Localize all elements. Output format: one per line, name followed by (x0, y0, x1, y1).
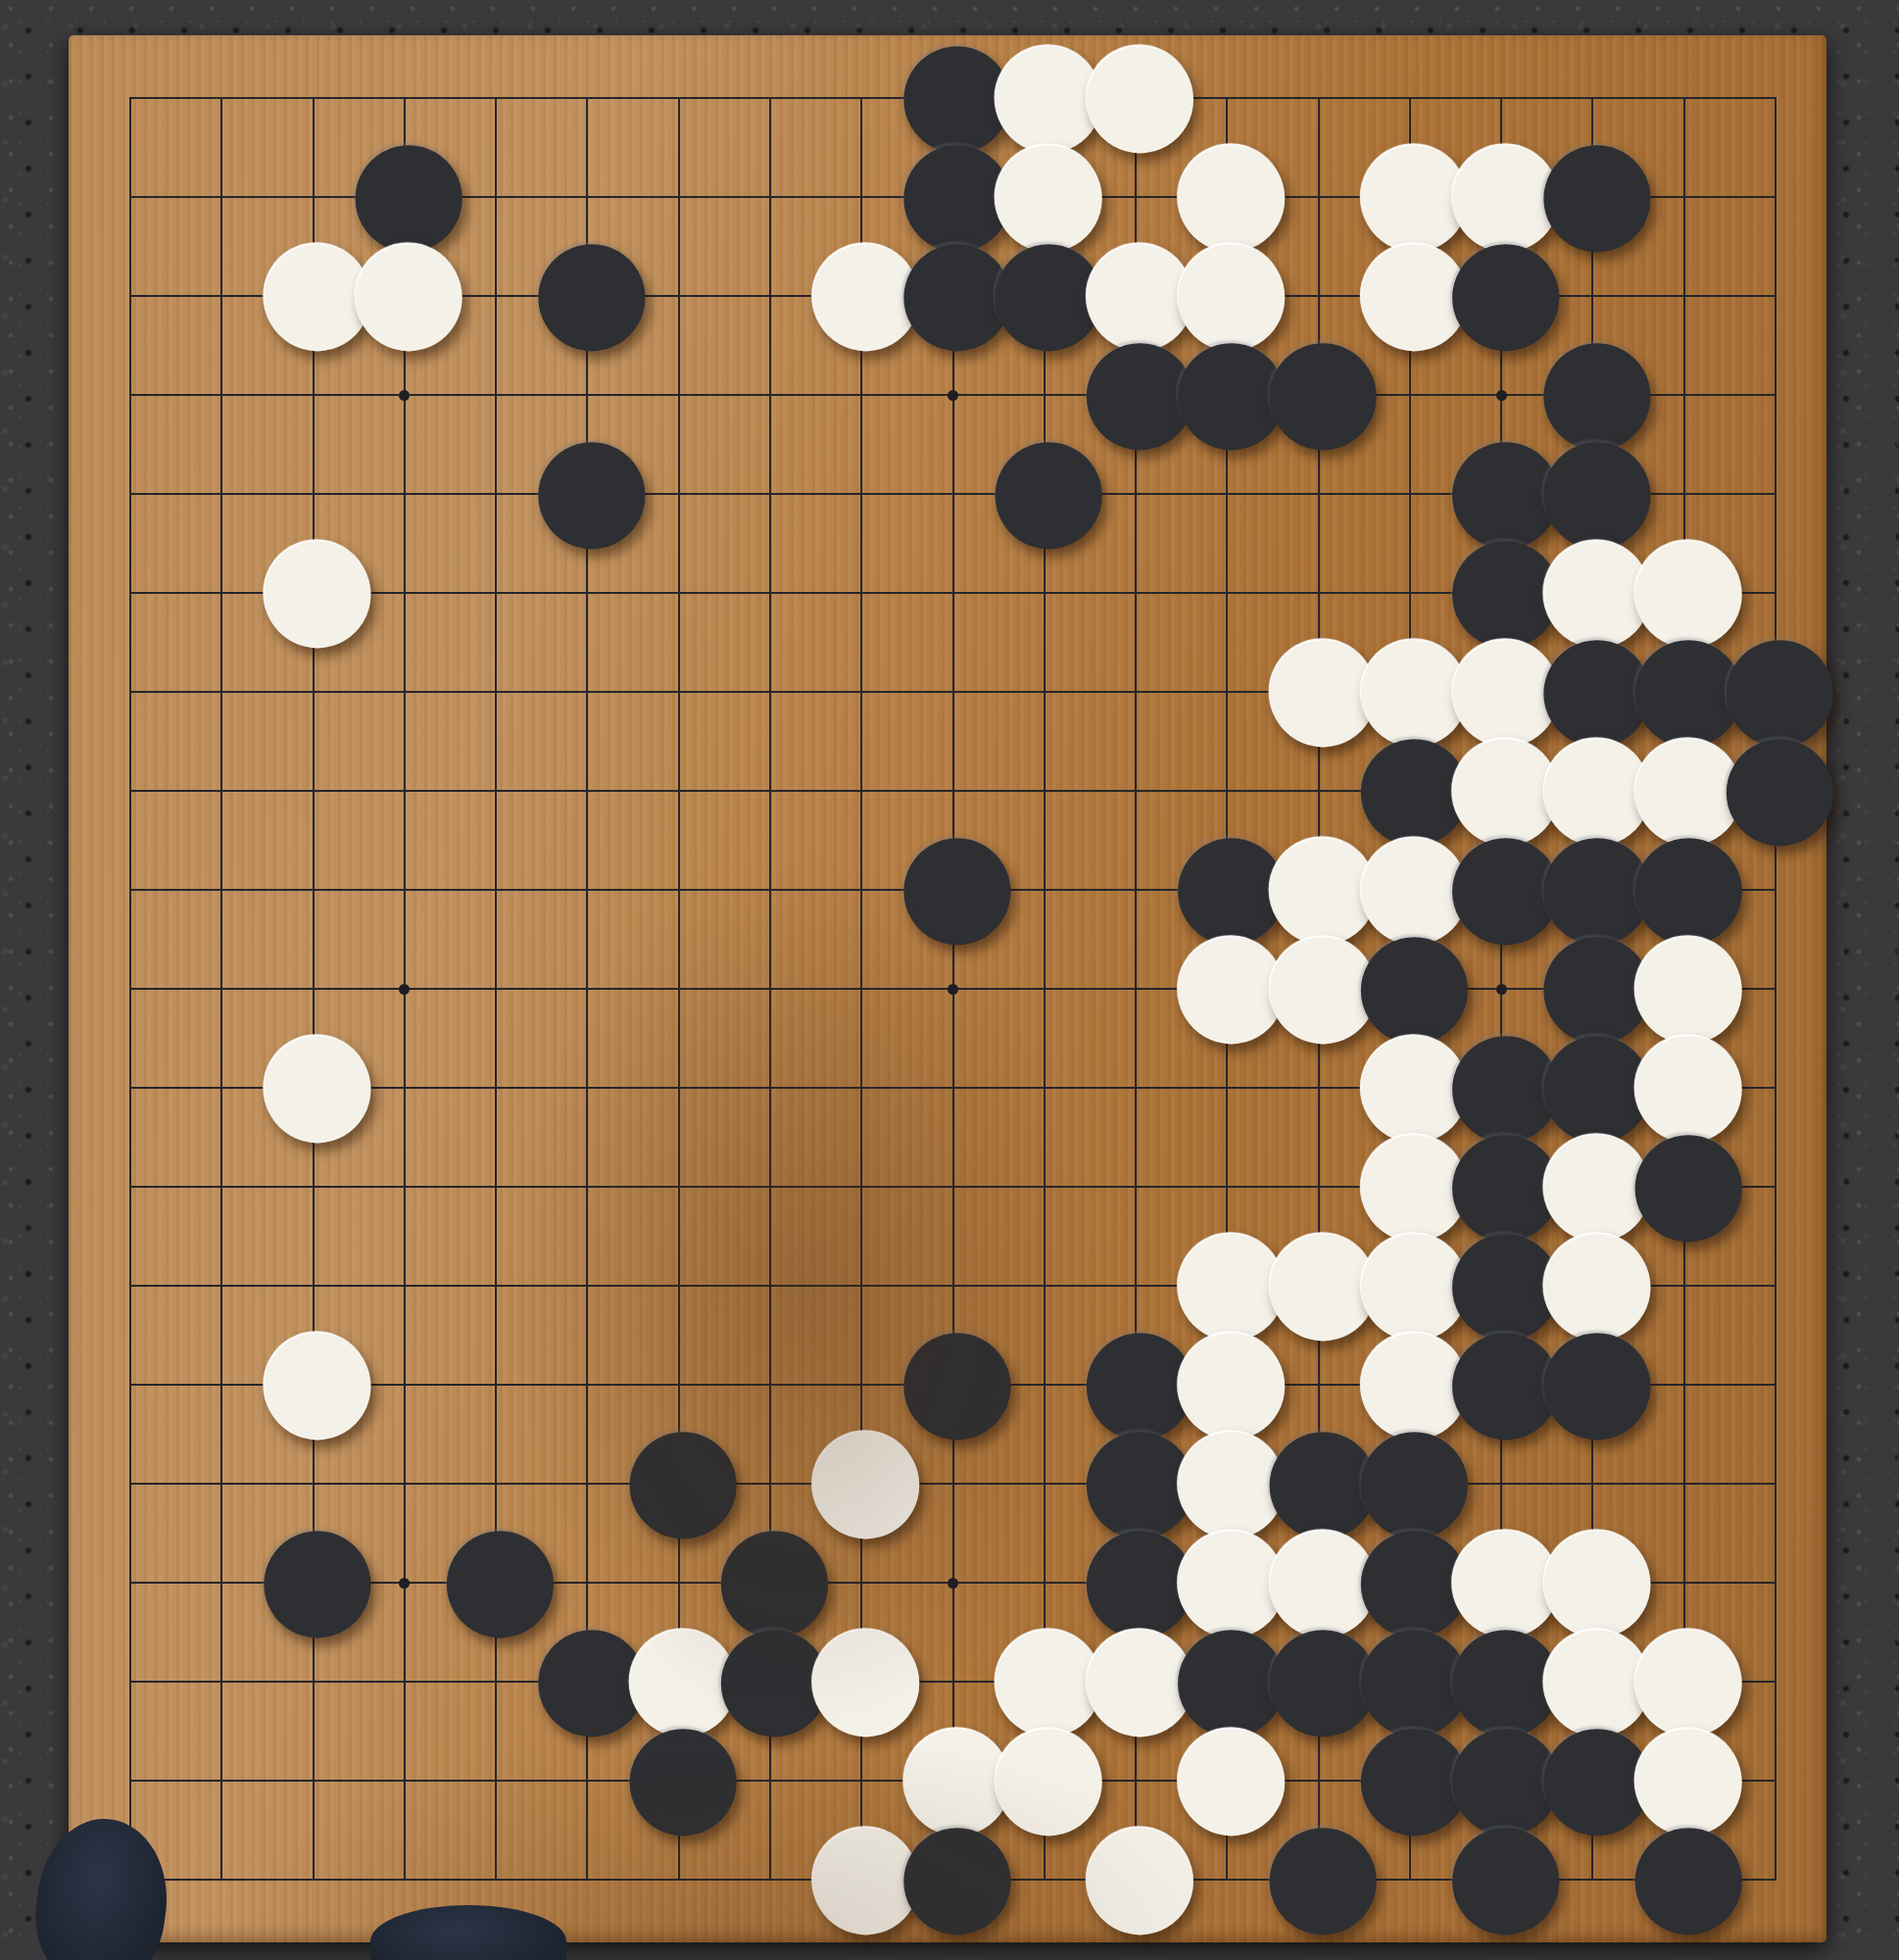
stone-black-Q17: ● (1444, 238, 1544, 338)
stone-black-Q2: ● (1444, 1723, 1544, 1823)
stone-white-O13: ● (1262, 634, 1362, 734)
stone-white-Q13: ● (1444, 634, 1544, 734)
stone-white-N18: ● (1170, 139, 1270, 239)
stone-black-O3: ● (1262, 1624, 1362, 1724)
stone-black-G2: ● (622, 1723, 722, 1823)
stone-white-M19: ● (1079, 40, 1179, 140)
stone-black-Q15: ● (1444, 436, 1544, 536)
grid-line-v-S (1683, 97, 1685, 1881)
stone-black-P2: ● (1353, 1723, 1453, 1823)
stone-white-J17: ● (804, 238, 904, 338)
stone-white-J3: ● (804, 1624, 904, 1724)
stone-black-Q6: ● (1444, 1327, 1544, 1427)
stone-black-T12: ● (1719, 733, 1819, 833)
stone-white-S10: ● (1628, 931, 1728, 1031)
stone-white-S3: ● (1628, 1624, 1728, 1724)
star-point-K16 (948, 390, 958, 401)
stone-white-P7: ● (1353, 1228, 1453, 1328)
stone-black-P10: ● (1353, 931, 1453, 1031)
grid-line-v-M (1135, 97, 1137, 1881)
grid-line-h-8 (129, 1186, 1777, 1188)
grid-line-h-6 (129, 1384, 1777, 1386)
stone-black-F15: ● (530, 436, 630, 536)
stone-white-P6: ● (1353, 1327, 1453, 1427)
grid-line-v-T (1775, 97, 1777, 1881)
stone-black-R6: ● (1535, 1327, 1635, 1427)
stone-black-Q1: ● (1444, 1822, 1544, 1922)
stone-white-O7: ● (1262, 1228, 1362, 1328)
stone-white-C9: ● (257, 1030, 357, 1130)
star-point-Q4 (1496, 1578, 1507, 1589)
stone-white-C6: ● (257, 1327, 357, 1427)
stone-black-L17: ● (988, 238, 1088, 338)
stone-white-M3: ● (1079, 1624, 1179, 1724)
stone-white-S14: ● (1628, 535, 1728, 635)
stone-black-N3: ● (1170, 1624, 1270, 1724)
stone-white-R7: ● (1535, 1228, 1635, 1328)
stone-white-R3: ● (1535, 1624, 1635, 1724)
stone-white-N10: ● (1170, 931, 1270, 1031)
go-board: ●●●●●●●●●●●●●●●●●●●●●●●●●●●●●●●●●●●●●●●●… (69, 35, 1826, 1942)
star-point-Q16 (1496, 390, 1507, 401)
stone-black-R2: ● (1535, 1723, 1635, 1823)
stone-black-S11: ● (1628, 832, 1728, 932)
stone-white-R12: ● (1535, 733, 1635, 833)
grid-line-v-P (1409, 97, 1411, 1881)
stone-white-M17: ● (1079, 238, 1179, 338)
stone-white-O11: ● (1262, 832, 1362, 932)
stone-white-G3: ● (622, 1624, 722, 1724)
stone-black-M6: ● (1079, 1327, 1179, 1427)
stone-black-F3: ● (530, 1624, 630, 1724)
stone-black-H3: ● (713, 1624, 813, 1724)
stone-white-P11: ● (1353, 832, 1453, 932)
stone-black-G5: ● (622, 1426, 722, 1526)
stone-white-Q4: ● (1444, 1525, 1544, 1625)
star-point-D4 (399, 1578, 410, 1589)
stone-black-P4: ● (1353, 1525, 1453, 1625)
stone-white-J5: ● (804, 1426, 904, 1526)
stone-black-C4: ● (257, 1525, 357, 1625)
stone-black-P12: ● (1353, 733, 1453, 833)
stone-black-K18: ● (897, 139, 997, 239)
stone-white-P18: ● (1353, 139, 1453, 239)
stone-black-R11: ● (1535, 832, 1635, 932)
stone-black-O1: ● (1262, 1822, 1362, 1922)
star-point-K4 (948, 1578, 958, 1589)
stone-white-Q18: ● (1444, 139, 1544, 239)
stone-white-N5: ● (1170, 1426, 1270, 1526)
stone-white-K2: ● (897, 1723, 997, 1823)
stone-black-M16: ● (1079, 337, 1179, 437)
stone-black-K17: ● (897, 238, 997, 338)
stone-black-K19: ● (897, 40, 997, 140)
grid-line-h-1 (129, 1879, 1777, 1881)
stone-white-J1: ● (804, 1822, 904, 1922)
stone-white-O4: ● (1262, 1525, 1362, 1625)
stone-white-R14: ● (1535, 535, 1635, 635)
grid-line-h-5 (129, 1483, 1777, 1485)
grid-line-v-N (1226, 97, 1228, 1881)
grid-line-h-2 (129, 1780, 1777, 1782)
grid-line-h-7 (129, 1285, 1777, 1287)
stone-black-R10: ● (1535, 931, 1635, 1031)
star-point-K10 (948, 984, 958, 995)
stone-black-Q9: ● (1444, 1030, 1544, 1130)
stone-black-R15: ● (1535, 436, 1635, 536)
stone-white-P13: ● (1353, 634, 1453, 734)
stone-white-O10: ● (1262, 931, 1362, 1031)
stone-black-P3: ● (1353, 1624, 1453, 1724)
stone-white-S9: ● (1628, 1030, 1728, 1130)
star-point-D10 (399, 984, 410, 995)
stone-black-N16: ● (1170, 337, 1270, 437)
stone-white-S12: ● (1628, 733, 1728, 833)
stone-black-R18: ● (1535, 139, 1635, 239)
stone-white-R4: ● (1535, 1525, 1635, 1625)
stone-black-Q7: ● (1444, 1228, 1544, 1328)
stone-black-M4: ● (1079, 1525, 1179, 1625)
stone-white-L19: ● (988, 40, 1088, 140)
stone-black-R13: ● (1535, 634, 1635, 734)
stone-black-O16: ● (1262, 337, 1362, 437)
stone-black-K11: ● (897, 832, 997, 932)
grid-line-v-R (1591, 97, 1593, 1881)
stone-black-Q8: ● (1444, 1129, 1544, 1229)
stone-black-S1: ● (1628, 1822, 1728, 1922)
stone-white-N6: ● (1170, 1327, 1270, 1427)
stone-black-S13: ● (1628, 634, 1728, 734)
stone-black-Q14: ● (1444, 535, 1544, 635)
grid-line-v-L (1044, 97, 1046, 1881)
stone-black-E4: ● (439, 1525, 539, 1625)
stone-white-N4: ● (1170, 1525, 1270, 1625)
stone-black-Q3: ● (1444, 1624, 1544, 1724)
stone-white-L18: ● (988, 139, 1088, 239)
stone-white-S2: ● (1628, 1723, 1728, 1823)
stone-white-Q12: ● (1444, 733, 1544, 833)
stone-black-H4: ● (713, 1525, 813, 1625)
grid-line-v-O (1318, 97, 1320, 1881)
stone-white-P8: ● (1353, 1129, 1453, 1229)
stone-black-O5: ● (1262, 1426, 1362, 1526)
stone-black-L15: ● (988, 436, 1088, 536)
stone-white-P17: ● (1353, 238, 1453, 338)
stone-white-M1: ● (1079, 1822, 1179, 1922)
stone-white-N7: ● (1170, 1228, 1270, 1328)
stone-white-P9: ● (1353, 1030, 1453, 1130)
stone-white-C14: ● (257, 535, 357, 635)
stone-black-R9: ● (1535, 1030, 1635, 1130)
stone-white-N17: ● (1170, 238, 1270, 338)
stone-black-D18: ● (348, 139, 448, 239)
stone-black-K1: ● (897, 1822, 997, 1922)
stone-black-P5: ● (1353, 1426, 1453, 1526)
stone-black-S8: ● (1628, 1129, 1728, 1229)
stone-white-D17: ● (348, 238, 448, 338)
stone-black-M5: ● (1079, 1426, 1179, 1526)
stone-black-R16: ● (1535, 337, 1635, 437)
stone-white-L3: ● (988, 1624, 1088, 1724)
star-point-Q10 (1496, 984, 1507, 995)
star-point-D16 (399, 390, 410, 401)
stone-white-L2: ● (988, 1723, 1088, 1823)
stone-black-F17: ● (530, 238, 630, 338)
stone-black-N11: ● (1170, 832, 1270, 932)
stone-black-K6: ● (897, 1327, 997, 1427)
stone-black-T13: ● (1719, 634, 1819, 734)
stone-black-Q11: ● (1444, 832, 1544, 932)
stone-white-N2: ● (1170, 1723, 1270, 1823)
grid-line-h-9 (129, 1087, 1777, 1089)
grid-line-h-3 (129, 1681, 1777, 1683)
photo-scene: { "game": "go", "scene": "overhead photo… (0, 0, 1899, 1960)
stone-white-C17: ● (257, 238, 357, 338)
stone-white-R8: ● (1535, 1129, 1635, 1229)
